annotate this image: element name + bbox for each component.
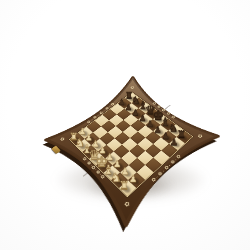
perspective-scene: ✿·❁·✿·❁·✿ ✿·❁·✿·❁·✿ ✿·❁·✿·❁·✿ ✿·❁·✿·❁·✿ … (0, 0, 250, 250)
board-assembly: ✿·❁·✿·❁·✿ ✿·❁·✿·❁·✿ ✿·❁·✿·❁·✿ ✿·❁·✿·❁·✿ … (37, 72, 229, 237)
light-rook[interactable]: ♜ (118, 180, 130, 192)
dark-pawn[interactable]: ♟ (168, 138, 179, 147)
photo-scene: ✿·❁·✿·❁·✿ ✿·❁·✿·❁·✿ ✿·❁·✿·❁·✿ ✿·❁·✿·❁·✿ … (0, 0, 250, 250)
